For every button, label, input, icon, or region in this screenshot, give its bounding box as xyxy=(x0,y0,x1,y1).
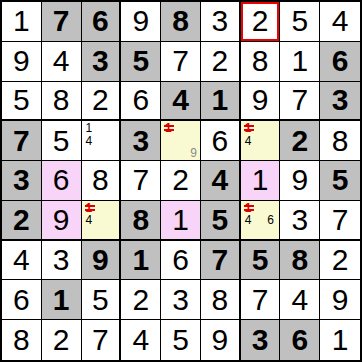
cell-digit: 5 xyxy=(13,85,30,115)
cell-digit: 2 xyxy=(332,245,349,275)
cell-r5c2[interactable]: 6 xyxy=(42,161,82,201)
cell-digit: 7 xyxy=(132,165,149,195)
cell-digit: 1 xyxy=(211,85,228,115)
cell-digit: 8 xyxy=(291,245,308,275)
cell-r5c1[interactable]: 3 xyxy=(2,161,42,201)
cell-r9c5[interactable]: 5 xyxy=(161,320,201,360)
cell-r2c2[interactable]: 4 xyxy=(42,42,82,82)
cell-r4c3[interactable]: 14 xyxy=(82,121,122,161)
cell-r7c9[interactable]: 2 xyxy=(320,241,360,281)
cell-r7c7[interactable]: 5 xyxy=(241,241,281,281)
cell-r6c7[interactable]: 146 xyxy=(241,201,281,241)
cell-digit: 9 xyxy=(211,325,228,355)
cell-digit: 8 xyxy=(132,205,149,235)
pencil-marks: 14 xyxy=(85,202,118,238)
cell-r5c3[interactable]: 8 xyxy=(82,161,122,201)
cell-digit: 3 xyxy=(252,325,269,355)
cell-digit: 1 xyxy=(291,46,308,76)
cell-r5c6[interactable]: 4 xyxy=(201,161,241,201)
cell-r1c8[interactable]: 5 xyxy=(280,2,320,42)
cell-digit: 8 xyxy=(92,165,109,195)
cell-r3c1[interactable]: 5 xyxy=(2,82,42,122)
cell-r7c1[interactable]: 4 xyxy=(2,241,42,281)
cell-digit: 2 xyxy=(172,165,189,195)
cell-digit: 3 xyxy=(132,126,149,156)
cell-r4c6[interactable]: 6 xyxy=(201,121,241,161)
cell-digit: 6 xyxy=(13,285,30,315)
cell-digit: 8 xyxy=(211,285,228,315)
cell-r7c3[interactable]: 9 xyxy=(82,241,122,281)
pencil-mark-4: 4 xyxy=(244,214,255,226)
cell-r2c4[interactable]: 5 xyxy=(121,42,161,82)
cell-digit: 2 xyxy=(291,126,308,156)
cell-r3c7[interactable]: 9 xyxy=(241,82,281,122)
cell-digit: 7 xyxy=(13,126,30,156)
cell-r6c9[interactable]: 7 xyxy=(320,201,360,241)
cell-digit: 6 xyxy=(291,325,308,355)
cell-r4c9[interactable]: 8 xyxy=(320,121,360,161)
pencil-marks: 14 xyxy=(244,122,278,159)
cell-digit: 8 xyxy=(53,85,70,115)
pencil-mark-1-eliminated: 1 xyxy=(164,122,175,134)
cell-r2c8[interactable]: 1 xyxy=(280,42,320,82)
cell-digit: 7 xyxy=(252,285,269,315)
cell-digit: 3 xyxy=(211,6,228,36)
cell-r5c5[interactable]: 2 xyxy=(161,161,201,201)
cell-r1c7[interactable]: 2 xyxy=(241,2,281,42)
cell-r8c9[interactable]: 9 xyxy=(320,280,360,320)
cell-digit: 3 xyxy=(291,205,308,235)
cell-r9c7[interactable]: 3 xyxy=(241,320,281,360)
cell-r2c1[interactable]: 9 xyxy=(2,42,42,82)
cell-r3c8[interactable]: 7 xyxy=(280,82,320,122)
cell-r1c4[interactable]: 9 xyxy=(121,2,161,42)
cell-r6c5[interactable]: 1 xyxy=(161,201,201,241)
cell-r4c5[interactable]: 19 xyxy=(161,121,201,161)
cell-digit: 2 xyxy=(132,285,149,315)
cell-r2c7[interactable]: 8 xyxy=(241,42,281,82)
cell-r1c2[interactable]: 7 xyxy=(42,2,82,42)
cell-digit: 2 xyxy=(13,205,30,235)
cell-r4c1[interactable]: 7 xyxy=(2,121,42,161)
cell-digit: 7 xyxy=(332,205,349,235)
cell-r7c8[interactable]: 8 xyxy=(280,241,320,281)
cell-r3c4[interactable]: 6 xyxy=(121,82,161,122)
cell-digit: 3 xyxy=(92,46,109,76)
pencil-mark-9: 9 xyxy=(187,147,198,159)
cell-digit: 1 xyxy=(252,165,269,195)
cell-digit: 7 xyxy=(92,325,109,355)
cell-r9c3[interactable]: 7 xyxy=(82,320,122,360)
cell-r8c7[interactable]: 7 xyxy=(241,280,281,320)
pencil-mark-4: 4 xyxy=(85,135,96,147)
cell-r3c5[interactable]: 4 xyxy=(161,82,201,122)
cell-r5c8[interactable]: 9 xyxy=(280,161,320,201)
cell-digit: 4 xyxy=(132,325,149,355)
cell-digit: 9 xyxy=(132,6,149,36)
cell-r3c6[interactable]: 1 xyxy=(201,82,241,122)
cell-r7c4[interactable]: 1 xyxy=(121,241,161,281)
pencil-mark-6: 6 xyxy=(266,214,277,226)
pencil-marks: 146 xyxy=(244,202,278,238)
cell-r8c1[interactable]: 6 xyxy=(2,280,42,320)
cell-r8c3[interactable]: 5 xyxy=(82,280,122,320)
sudoku-board: 1769832549435728165826419737514319614283… xyxy=(0,0,362,362)
cell-digit: 1 xyxy=(172,205,189,235)
pencil-mark-4: 4 xyxy=(244,135,255,147)
cell-r4c7[interactable]: 14 xyxy=(241,121,281,161)
cell-r8c4[interactable]: 2 xyxy=(121,280,161,320)
cell-r8c8[interactable]: 4 xyxy=(280,280,320,320)
cell-digit: 4 xyxy=(211,165,228,195)
cell-r4c2[interactable]: 5 xyxy=(42,121,82,161)
cell-digit: 5 xyxy=(132,46,149,76)
cell-r7c5[interactable]: 6 xyxy=(161,241,201,281)
cell-digit: 6 xyxy=(132,85,149,115)
cell-r4c4[interactable]: 3 xyxy=(121,121,161,161)
cell-r8c6[interactable]: 8 xyxy=(201,280,241,320)
cell-digit: 7 xyxy=(291,85,308,115)
cell-digit: 5 xyxy=(211,205,228,235)
cell-digit: 3 xyxy=(53,245,70,275)
cell-r9c9[interactable]: 1 xyxy=(320,320,360,360)
cell-r1c1[interactable]: 1 xyxy=(2,2,42,42)
cell-digit: 5 xyxy=(332,165,349,195)
cell-digit: 9 xyxy=(53,205,70,235)
pencil-mark-1: 1 xyxy=(85,122,96,134)
cell-digit: 4 xyxy=(53,46,70,76)
pencil-marks: 14 xyxy=(85,122,118,159)
cell-digit: 9 xyxy=(291,165,308,195)
cell-digit: 1 xyxy=(53,285,70,315)
cell-digit: 3 xyxy=(172,285,189,315)
cell-digit: 1 xyxy=(332,325,349,355)
cell-r6c3[interactable]: 14 xyxy=(82,201,122,241)
cell-r4c8[interactable]: 2 xyxy=(280,121,320,161)
cell-r3c3[interactable]: 2 xyxy=(82,82,122,122)
cell-digit: 8 xyxy=(13,325,30,355)
cell-digit: 9 xyxy=(332,285,349,315)
cell-r7c6[interactable]: 7 xyxy=(201,241,241,281)
cell-r2c6[interactable]: 2 xyxy=(201,42,241,82)
cell-digit: 4 xyxy=(332,6,349,36)
cell-r1c5[interactable]: 8 xyxy=(161,2,201,42)
cell-digit: 7 xyxy=(211,245,228,275)
cell-digit: 8 xyxy=(332,126,349,156)
cell-digit: 2 xyxy=(211,46,228,76)
cell-digit: 6 xyxy=(92,6,109,36)
cell-digit: 1 xyxy=(13,6,30,36)
cell-r1c6[interactable]: 3 xyxy=(201,2,241,42)
pencil-mark-4: 4 xyxy=(85,214,96,226)
pencil-marks: 19 xyxy=(164,122,198,159)
cell-r7c2[interactable]: 3 xyxy=(42,241,82,281)
cell-digit: 5 xyxy=(252,245,269,275)
cell-r2c5[interactable]: 7 xyxy=(161,42,201,82)
cell-r3c2[interactable]: 8 xyxy=(42,82,82,122)
cell-digit: 5 xyxy=(291,6,308,36)
cell-r8c5[interactable]: 3 xyxy=(161,280,201,320)
cell-digit: 8 xyxy=(252,46,269,76)
pencil-mark-1-eliminated: 1 xyxy=(244,122,255,134)
cell-digit: 2 xyxy=(252,6,269,36)
cell-r9c4[interactable]: 4 xyxy=(121,320,161,360)
cell-digit: 3 xyxy=(332,85,349,115)
cell-digit: 9 xyxy=(252,85,269,115)
cell-digit: 5 xyxy=(172,325,189,355)
cell-r6c2[interactable]: 9 xyxy=(42,201,82,241)
cell-digit: 1 xyxy=(132,245,149,275)
cell-digit: 7 xyxy=(172,46,189,76)
cell-digit: 4 xyxy=(13,245,30,275)
cell-r6c8[interactable]: 3 xyxy=(280,201,320,241)
cell-r6c6[interactable]: 5 xyxy=(201,201,241,241)
cell-digit: 9 xyxy=(92,245,109,275)
cell-r1c3[interactable]: 6 xyxy=(82,2,122,42)
cell-digit: 5 xyxy=(92,285,109,315)
cell-digit: 7 xyxy=(53,6,70,36)
cell-digit: 6 xyxy=(53,165,70,195)
cell-digit: 6 xyxy=(332,46,349,76)
cell-digit: 6 xyxy=(172,245,189,275)
cell-r5c7[interactable]: 1 xyxy=(241,161,281,201)
cell-r9c1[interactable]: 8 xyxy=(2,320,42,360)
cell-r9c2[interactable]: 2 xyxy=(42,320,82,360)
cell-digit: 8 xyxy=(172,6,189,36)
cell-r5c4[interactable]: 7 xyxy=(121,161,161,201)
cell-r5c9[interactable]: 5 xyxy=(320,161,360,201)
cell-digit: 2 xyxy=(92,85,109,115)
cell-digit: 4 xyxy=(291,285,308,315)
cell-r6c1[interactable]: 2 xyxy=(2,201,42,241)
cell-r8c2[interactable]: 1 xyxy=(42,280,82,320)
cell-digit: 9 xyxy=(13,46,30,76)
cell-digit: 6 xyxy=(211,126,228,156)
cell-r6c4[interactable]: 8 xyxy=(121,201,161,241)
cell-r2c3[interactable]: 3 xyxy=(82,42,122,82)
cell-r3c9[interactable]: 3 xyxy=(320,82,360,122)
cell-digit: 5 xyxy=(53,126,70,156)
cell-r9c6[interactable]: 9 xyxy=(201,320,241,360)
cell-r1c9[interactable]: 4 xyxy=(320,2,360,42)
cell-digit: 4 xyxy=(172,85,189,115)
cell-digit: 2 xyxy=(53,325,70,355)
cell-r2c9[interactable]: 6 xyxy=(320,42,360,82)
cell-digit: 3 xyxy=(13,165,30,195)
cell-r9c8[interactable]: 6 xyxy=(280,320,320,360)
